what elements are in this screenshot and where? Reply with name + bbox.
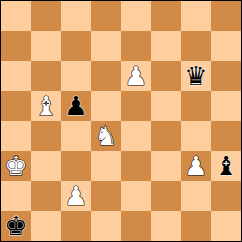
white-pawn[interactable]: ♟ (64, 183, 87, 209)
square-a6[interactable] (1, 61, 31, 91)
square-c4[interactable] (61, 121, 91, 151)
square-c5[interactable]: ♟ (61, 91, 91, 121)
square-h6[interactable] (211, 61, 241, 91)
square-a1[interactable]: ♚ (1, 211, 31, 241)
square-h5[interactable] (211, 91, 241, 121)
square-d1[interactable] (91, 211, 121, 241)
square-c1[interactable] (61, 211, 91, 241)
square-g7[interactable] (181, 31, 211, 61)
white-knight[interactable]: ♞ (94, 123, 117, 149)
square-g8[interactable] (181, 1, 211, 31)
square-h1[interactable] (211, 211, 241, 241)
square-f5[interactable] (151, 91, 181, 121)
square-a7[interactable] (1, 31, 31, 61)
square-a4[interactable] (1, 121, 31, 151)
square-d6[interactable] (91, 61, 121, 91)
square-e1[interactable] (121, 211, 151, 241)
square-f3[interactable] (151, 151, 181, 181)
chess-board: ♟♛♝♟♞♚♟♝♟♚ (0, 0, 242, 242)
square-g6[interactable]: ♛ (181, 61, 211, 91)
white-king[interactable]: ♚ (4, 153, 27, 179)
white-bishop[interactable]: ♝ (34, 93, 57, 119)
square-f8[interactable] (151, 1, 181, 31)
square-h2[interactable] (211, 181, 241, 211)
square-g3[interactable]: ♟ (181, 151, 211, 181)
square-g2[interactable] (181, 181, 211, 211)
square-e2[interactable] (121, 181, 151, 211)
square-c7[interactable] (61, 31, 91, 61)
square-h4[interactable] (211, 121, 241, 151)
square-b5[interactable]: ♝ (31, 91, 61, 121)
square-d5[interactable] (91, 91, 121, 121)
square-d7[interactable] (91, 31, 121, 61)
square-a3[interactable]: ♚ (1, 151, 31, 181)
square-g1[interactable] (181, 211, 211, 241)
square-g5[interactable] (181, 91, 211, 121)
square-a2[interactable] (1, 181, 31, 211)
square-e4[interactable] (121, 121, 151, 151)
square-e3[interactable] (121, 151, 151, 181)
square-d2[interactable] (91, 181, 121, 211)
square-c6[interactable] (61, 61, 91, 91)
square-h7[interactable] (211, 31, 241, 61)
white-pawn[interactable]: ♟ (184, 153, 207, 179)
square-b2[interactable] (31, 181, 61, 211)
black-bishop[interactable]: ♝ (214, 153, 237, 179)
square-h3[interactable]: ♝ (211, 151, 241, 181)
square-a8[interactable] (1, 1, 31, 31)
square-e7[interactable] (121, 31, 151, 61)
black-queen[interactable]: ♛ (184, 63, 207, 89)
square-d8[interactable] (91, 1, 121, 31)
square-c2[interactable]: ♟ (61, 181, 91, 211)
square-f4[interactable] (151, 121, 181, 151)
square-b1[interactable] (31, 211, 61, 241)
black-king[interactable]: ♚ (4, 213, 27, 239)
square-f2[interactable] (151, 181, 181, 211)
square-e5[interactable] (121, 91, 151, 121)
square-h8[interactable] (211, 1, 241, 31)
square-b3[interactable] (31, 151, 61, 181)
square-e6[interactable]: ♟ (121, 61, 151, 91)
square-b4[interactable] (31, 121, 61, 151)
square-b7[interactable] (31, 31, 61, 61)
square-e8[interactable] (121, 1, 151, 31)
square-f7[interactable] (151, 31, 181, 61)
square-d4[interactable]: ♞ (91, 121, 121, 151)
black-pawn[interactable]: ♟ (64, 93, 87, 119)
square-f1[interactable] (151, 211, 181, 241)
square-b6[interactable] (31, 61, 61, 91)
square-c8[interactable] (61, 1, 91, 31)
square-a5[interactable] (1, 91, 31, 121)
white-pawn[interactable]: ♟ (124, 63, 147, 89)
square-f6[interactable] (151, 61, 181, 91)
square-d3[interactable] (91, 151, 121, 181)
square-c3[interactable] (61, 151, 91, 181)
square-b8[interactable] (31, 1, 61, 31)
square-g4[interactable] (181, 121, 211, 151)
